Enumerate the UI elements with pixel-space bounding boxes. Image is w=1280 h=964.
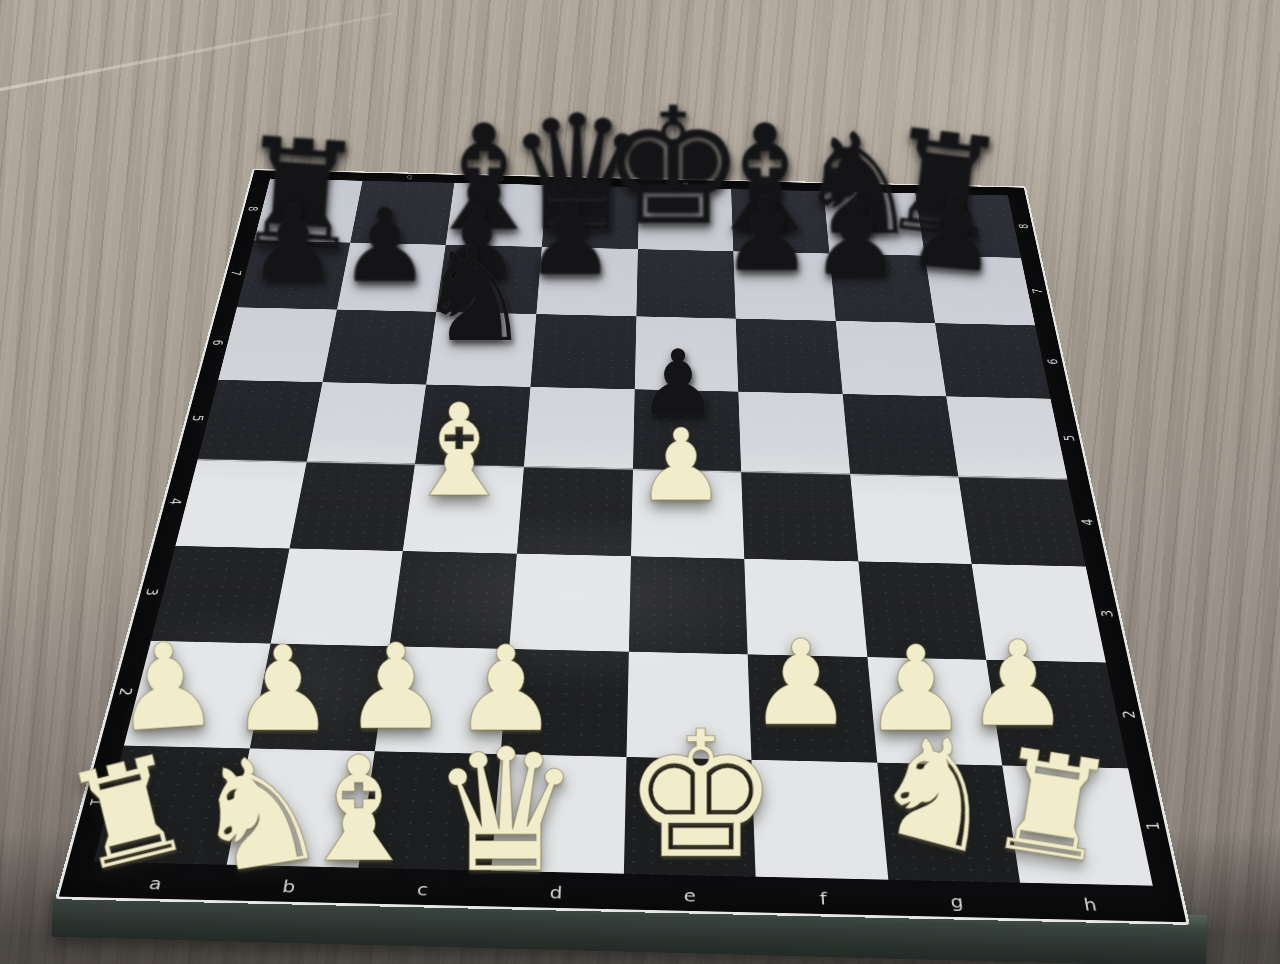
square-e6	[634, 316, 738, 391]
square-f6	[736, 319, 843, 394]
square-b6	[322, 310, 436, 385]
rank-label-left-8: 8	[200, 203, 305, 215]
rank-label-right-1: 1	[1080, 815, 1225, 837]
square-d3	[509, 553, 631, 651]
square-d4	[517, 467, 633, 556]
square-b3	[270, 548, 403, 646]
square-b5	[306, 382, 426, 464]
square-d5	[524, 387, 635, 469]
rank-label-left-7: 7	[181, 266, 291, 279]
rank-label-left-6: 6	[160, 336, 274, 350]
file-label-c: c	[354, 878, 490, 901]
square-d6	[530, 314, 636, 389]
square-d8	[542, 185, 639, 249]
square-c8	[446, 183, 547, 247]
square-d7	[536, 247, 637, 316]
square-g8	[823, 191, 925, 256]
square-d2	[500, 649, 628, 757]
square-e2	[626, 652, 752, 760]
square-c2	[375, 646, 509, 754]
square-e7	[636, 249, 736, 319]
rank-label-right-3: 3	[1042, 604, 1173, 623]
square-e4	[631, 469, 745, 559]
file-label-a: a	[86, 872, 224, 895]
rank-label-right-4: 4	[1025, 513, 1150, 530]
square-f7	[733, 251, 835, 321]
square-g2	[867, 657, 1002, 765]
square-b1	[226, 748, 375, 867]
square-f8	[731, 189, 829, 253]
chess-board: abcdefgh abcdefgh 12345678 12345678	[55, 169, 1190, 925]
square-f2	[748, 654, 877, 762]
file-label-b: b	[220, 875, 357, 898]
square-g4	[850, 474, 972, 564]
square-b4	[289, 462, 415, 551]
square-c5	[415, 385, 530, 467]
square-b2	[249, 643, 389, 751]
square-f5	[738, 392, 850, 474]
photo-scene: abcdefgh abcdefgh 12345678 12345678 ♜♝♛♚…	[0, 0, 1280, 964]
rank-label-left-2: 2	[57, 681, 195, 701]
square-g1	[877, 763, 1020, 883]
square-b7	[337, 243, 446, 312]
square-g3	[858, 561, 986, 659]
rank-label-right-2: 2	[1060, 704, 1197, 724]
file-label-g: g	[889, 890, 1025, 914]
rank-label-left-3: 3	[86, 583, 217, 601]
square-g7	[829, 254, 935, 324]
board-frame: abcdefgh abcdefgh 12345678 12345678	[55, 169, 1190, 925]
square-f1	[752, 760, 889, 880]
square-e8	[638, 187, 734, 251]
square-e5	[633, 389, 742, 471]
square-c1	[359, 751, 501, 871]
square-c4	[403, 464, 524, 553]
square-f3	[744, 559, 867, 657]
board-tilt-wrapper: abcdefgh abcdefgh 12345678 12345678	[55, 0, 1218, 925]
rank-label-left-1: 1	[24, 791, 170, 813]
file-label-h: h	[1022, 893, 1159, 917]
square-g5	[842, 394, 958, 476]
square-c3	[390, 551, 517, 649]
square-g6	[836, 321, 947, 397]
square-c7	[436, 245, 541, 314]
square-d1	[491, 754, 626, 874]
file-label-d: d	[489, 881, 624, 904]
rank-label-left-4: 4	[113, 493, 238, 510]
file-label-f: f	[756, 887, 891, 911]
square-f4	[741, 471, 858, 561]
square-c6	[426, 312, 536, 387]
rank-label-left-5: 5	[138, 411, 258, 427]
square-b8	[350, 181, 455, 245]
square-e1	[623, 757, 755, 877]
file-label-e: e	[623, 884, 757, 907]
square-e3	[628, 556, 747, 654]
